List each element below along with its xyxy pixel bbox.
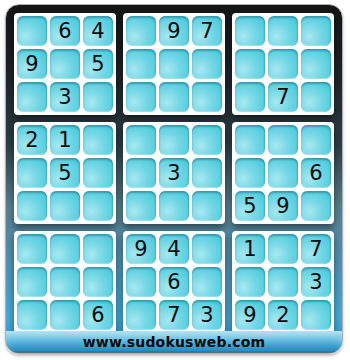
cell-r8c3[interactable] [83,267,113,297]
cell-r3c2[interactable]: 3 [50,82,80,112]
cell-r1c9[interactable] [301,16,331,46]
cell-r2c8[interactable] [268,49,298,79]
cell-r9c6[interactable]: 3 [192,300,222,330]
block-5: 659 [232,122,334,224]
cell-r8c4[interactable] [126,267,156,297]
cell-r6c4[interactable] [126,191,156,221]
cell-r3c8[interactable]: 7 [268,82,298,112]
sudoku-board: 64953977215365969467317392 [14,13,334,333]
block-2: 7 [232,13,334,115]
cell-r4c7[interactable] [235,125,265,155]
cell-r2c5[interactable] [159,49,189,79]
cell-r1c8[interactable] [268,16,298,46]
block-6: 6 [14,231,116,333]
cell-r8c5[interactable]: 6 [159,267,189,297]
cell-r4c9[interactable] [301,125,331,155]
cell-r6c3[interactable] [83,191,113,221]
cell-r4c2[interactable]: 1 [50,125,80,155]
cell-r6c5[interactable] [159,191,189,221]
cell-r7c9[interactable]: 7 [301,234,331,264]
cell-r6c7[interactable]: 5 [235,191,265,221]
cell-r2c6[interactable] [192,49,222,79]
cell-r3c9[interactable] [301,82,331,112]
cell-r3c5[interactable] [159,82,189,112]
cell-r9c9[interactable] [301,300,331,330]
cell-r9c3[interactable]: 6 [83,300,113,330]
cell-r8c2[interactable] [50,267,80,297]
cell-r9c4[interactable] [126,300,156,330]
block-3: 215 [14,122,116,224]
cell-r2c7[interactable] [235,49,265,79]
cell-r1c5[interactable]: 9 [159,16,189,46]
cell-r9c8[interactable]: 2 [268,300,298,330]
cell-r5c1[interactable] [17,158,47,188]
cell-r1c3[interactable]: 4 [83,16,113,46]
cell-r4c5[interactable] [159,125,189,155]
board-frame: 64953977215365969467317392 www.sudokuswe… [5,4,343,354]
cell-r4c3[interactable] [83,125,113,155]
cell-r4c6[interactable] [192,125,222,155]
cell-r3c7[interactable] [235,82,265,112]
cell-r9c5[interactable]: 7 [159,300,189,330]
cell-r1c2[interactable]: 6 [50,16,80,46]
block-1: 97 [123,13,225,115]
cell-r4c4[interactable] [126,125,156,155]
cell-r3c6[interactable] [192,82,222,112]
cell-r2c3[interactable]: 5 [83,49,113,79]
cell-r2c4[interactable] [126,49,156,79]
cell-r2c1[interactable]: 9 [17,49,47,79]
cell-r3c3[interactable] [83,82,113,112]
cell-r4c8[interactable] [268,125,298,155]
cell-r6c6[interactable] [192,191,222,221]
website-url[interactable]: www.sudokusweb.com [83,334,266,350]
cell-r9c7[interactable]: 9 [235,300,265,330]
cell-r6c9[interactable] [301,191,331,221]
cell-r8c7[interactable] [235,267,265,297]
cell-r5c8[interactable] [268,158,298,188]
cell-r9c2[interactable] [50,300,80,330]
cell-r7c3[interactable] [83,234,113,264]
cell-r7c6[interactable] [192,234,222,264]
cell-r8c1[interactable] [17,267,47,297]
block-8: 17392 [232,231,334,333]
cell-r7c4[interactable]: 9 [126,234,156,264]
cell-r4c1[interactable]: 2 [17,125,47,155]
cell-r5c3[interactable] [83,158,113,188]
cell-r2c2[interactable] [50,49,80,79]
cell-r1c7[interactable] [235,16,265,46]
cell-r6c1[interactable] [17,191,47,221]
block-0: 64953 [14,13,116,115]
cell-r7c7[interactable]: 1 [235,234,265,264]
cell-r6c2[interactable] [50,191,80,221]
cell-r8c8[interactable] [268,267,298,297]
cell-r7c5[interactable]: 4 [159,234,189,264]
cell-r5c2[interactable]: 5 [50,158,80,188]
cell-r7c8[interactable] [268,234,298,264]
footer-bar: www.sudokusweb.com [6,331,342,353]
cell-r7c2[interactable] [50,234,80,264]
cell-r5c7[interactable] [235,158,265,188]
cell-r5c5[interactable]: 3 [159,158,189,188]
block-7: 94673 [123,231,225,333]
cell-r6c8[interactable]: 9 [268,191,298,221]
cell-r1c1[interactable] [17,16,47,46]
cell-r1c4[interactable] [126,16,156,46]
cell-r1c6[interactable]: 7 [192,16,222,46]
cell-r3c4[interactable] [126,82,156,112]
block-4: 3 [123,122,225,224]
sudoku-puzzle-image: 64953977215365969467317392 www.sudokuswe… [0,0,350,360]
cell-r5c6[interactable] [192,158,222,188]
cell-r9c1[interactable] [17,300,47,330]
cell-r5c9[interactable]: 6 [301,158,331,188]
cell-r5c4[interactable] [126,158,156,188]
cell-r2c9[interactable] [301,49,331,79]
cell-r3c1[interactable] [17,82,47,112]
cell-r8c6[interactable] [192,267,222,297]
cell-r8c9[interactable]: 3 [301,267,331,297]
cell-r7c1[interactable] [17,234,47,264]
